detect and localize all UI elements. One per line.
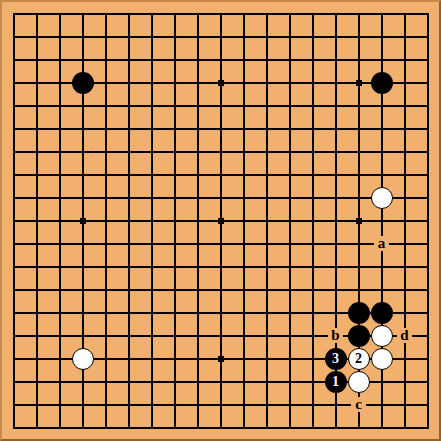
intersection	[255, 209, 278, 232]
intersection	[140, 347, 163, 370]
point-label-d: d	[397, 328, 412, 343]
intersection	[301, 209, 324, 232]
intersection: 3	[324, 347, 347, 370]
intersection	[71, 117, 94, 140]
intersection	[393, 347, 416, 370]
intersection	[117, 117, 140, 140]
intersection	[393, 163, 416, 186]
intersection	[209, 71, 232, 94]
intersection	[25, 117, 48, 140]
intersection	[416, 393, 439, 416]
intersection	[232, 186, 255, 209]
intersection	[117, 48, 140, 71]
intersection	[209, 25, 232, 48]
star-point	[80, 218, 86, 224]
intersection	[301, 370, 324, 393]
intersection	[278, 370, 301, 393]
intersection	[301, 324, 324, 347]
intersection	[416, 324, 439, 347]
intersection	[347, 209, 370, 232]
intersection	[163, 2, 186, 25]
intersection	[117, 186, 140, 209]
intersection	[2, 255, 25, 278]
intersection	[117, 2, 140, 25]
intersection	[370, 416, 393, 439]
intersection	[140, 48, 163, 71]
intersection	[163, 416, 186, 439]
intersection	[163, 94, 186, 117]
intersection	[301, 232, 324, 255]
intersection	[347, 324, 370, 347]
intersection	[71, 71, 94, 94]
intersection	[393, 393, 416, 416]
intersection	[232, 209, 255, 232]
intersection: 1	[324, 370, 347, 393]
intersection	[71, 140, 94, 163]
intersection	[278, 48, 301, 71]
intersection	[347, 71, 370, 94]
intersection	[209, 278, 232, 301]
intersection	[94, 347, 117, 370]
intersection	[2, 232, 25, 255]
intersection	[324, 393, 347, 416]
intersection	[209, 416, 232, 439]
intersection	[370, 117, 393, 140]
intersection	[25, 25, 48, 48]
intersection	[232, 232, 255, 255]
intersection	[117, 71, 140, 94]
intersection	[347, 163, 370, 186]
intersection	[416, 278, 439, 301]
intersection	[255, 255, 278, 278]
intersection	[416, 255, 439, 278]
intersection	[393, 117, 416, 140]
intersection: 2	[347, 347, 370, 370]
intersection	[393, 370, 416, 393]
intersection	[25, 347, 48, 370]
intersection	[2, 186, 25, 209]
intersection	[94, 140, 117, 163]
intersection	[324, 117, 347, 140]
intersection	[48, 324, 71, 347]
intersection	[232, 278, 255, 301]
intersection	[255, 163, 278, 186]
intersection	[347, 186, 370, 209]
intersection	[25, 370, 48, 393]
intersection	[255, 393, 278, 416]
intersection	[71, 347, 94, 370]
intersection	[393, 278, 416, 301]
intersection	[186, 71, 209, 94]
intersection	[232, 255, 255, 278]
intersection	[301, 393, 324, 416]
intersection	[117, 255, 140, 278]
white-stone	[348, 371, 370, 393]
intersection	[2, 347, 25, 370]
intersection	[48, 370, 71, 393]
intersection	[393, 71, 416, 94]
intersection	[25, 140, 48, 163]
intersection	[48, 25, 71, 48]
intersection	[232, 94, 255, 117]
intersection	[301, 163, 324, 186]
intersection	[117, 370, 140, 393]
intersection	[25, 393, 48, 416]
intersection: a	[370, 232, 393, 255]
intersection	[370, 25, 393, 48]
intersection	[209, 140, 232, 163]
intersection	[71, 278, 94, 301]
intersection	[71, 232, 94, 255]
intersection	[370, 163, 393, 186]
intersection	[301, 416, 324, 439]
intersection	[186, 186, 209, 209]
intersection	[25, 278, 48, 301]
intersection	[186, 25, 209, 48]
intersection	[278, 232, 301, 255]
intersection	[209, 48, 232, 71]
intersection	[255, 2, 278, 25]
intersection	[370, 71, 393, 94]
black-stone	[371, 72, 393, 94]
intersection	[163, 255, 186, 278]
intersection	[48, 2, 71, 25]
intersection	[140, 117, 163, 140]
point-label-c: c	[351, 397, 366, 412]
intersection	[324, 48, 347, 71]
intersection	[140, 370, 163, 393]
intersection	[94, 25, 117, 48]
intersection	[117, 393, 140, 416]
intersection	[324, 94, 347, 117]
black-stone	[72, 72, 94, 94]
intersection	[347, 301, 370, 324]
intersection	[2, 278, 25, 301]
intersection	[2, 48, 25, 71]
intersection	[117, 232, 140, 255]
white-stone	[371, 187, 393, 209]
intersection	[48, 163, 71, 186]
intersection	[324, 186, 347, 209]
intersection	[255, 347, 278, 370]
intersection	[255, 25, 278, 48]
intersection	[140, 416, 163, 439]
intersection	[393, 94, 416, 117]
intersection	[163, 163, 186, 186]
intersection	[48, 186, 71, 209]
intersection	[140, 140, 163, 163]
intersection	[255, 94, 278, 117]
intersection	[324, 278, 347, 301]
intersection	[94, 117, 117, 140]
intersection	[324, 301, 347, 324]
intersection	[278, 94, 301, 117]
intersection	[209, 301, 232, 324]
intersection	[209, 209, 232, 232]
intersection	[186, 347, 209, 370]
intersection	[232, 48, 255, 71]
intersection	[71, 255, 94, 278]
intersection	[2, 163, 25, 186]
intersection	[163, 301, 186, 324]
intersection	[416, 416, 439, 439]
intersection	[186, 94, 209, 117]
intersection	[209, 370, 232, 393]
intersection	[209, 186, 232, 209]
intersection	[209, 163, 232, 186]
intersection	[232, 140, 255, 163]
intersection	[278, 25, 301, 48]
intersection	[186, 209, 209, 232]
intersection	[370, 301, 393, 324]
intersection	[255, 370, 278, 393]
intersection	[186, 324, 209, 347]
intersection	[48, 416, 71, 439]
intersection	[117, 25, 140, 48]
intersection	[186, 163, 209, 186]
intersection	[94, 163, 117, 186]
intersection	[140, 255, 163, 278]
intersection	[301, 255, 324, 278]
intersection	[416, 25, 439, 48]
intersection	[232, 71, 255, 94]
intersection	[186, 140, 209, 163]
intersection	[71, 48, 94, 71]
intersection	[25, 186, 48, 209]
intersection	[186, 255, 209, 278]
intersection	[232, 301, 255, 324]
intersection	[347, 117, 370, 140]
intersection	[232, 370, 255, 393]
intersection	[347, 278, 370, 301]
intersection	[393, 301, 416, 324]
white-stone	[371, 325, 393, 347]
intersection	[186, 278, 209, 301]
intersection	[94, 324, 117, 347]
intersection	[416, 232, 439, 255]
intersection	[278, 416, 301, 439]
intersection	[370, 393, 393, 416]
intersection	[393, 186, 416, 209]
star-point	[218, 80, 224, 86]
intersection	[370, 324, 393, 347]
intersection	[393, 255, 416, 278]
intersection	[48, 278, 71, 301]
intersection	[232, 2, 255, 25]
intersection	[48, 347, 71, 370]
intersection	[163, 140, 186, 163]
intersection	[416, 48, 439, 71]
intersection: b	[324, 324, 347, 347]
intersection	[117, 209, 140, 232]
intersection	[393, 232, 416, 255]
intersection	[48, 117, 71, 140]
intersection	[232, 416, 255, 439]
intersection	[163, 232, 186, 255]
intersection	[301, 301, 324, 324]
intersection	[278, 209, 301, 232]
intersection	[117, 94, 140, 117]
intersection	[48, 94, 71, 117]
intersection	[416, 370, 439, 393]
intersection	[416, 186, 439, 209]
intersection	[163, 117, 186, 140]
intersection	[393, 48, 416, 71]
black-stone	[348, 325, 370, 347]
intersection	[163, 71, 186, 94]
intersection	[370, 209, 393, 232]
intersection	[140, 163, 163, 186]
intersection	[71, 209, 94, 232]
intersection	[393, 209, 416, 232]
intersection	[94, 94, 117, 117]
intersection	[163, 324, 186, 347]
intersection	[278, 186, 301, 209]
intersection	[301, 278, 324, 301]
intersection	[25, 94, 48, 117]
intersection	[347, 232, 370, 255]
intersection	[163, 209, 186, 232]
intersection	[2, 324, 25, 347]
intersection	[416, 347, 439, 370]
intersection	[209, 324, 232, 347]
intersection	[255, 48, 278, 71]
intersection	[393, 25, 416, 48]
intersection	[25, 163, 48, 186]
intersection	[48, 140, 71, 163]
intersection	[324, 140, 347, 163]
intersection: d	[393, 324, 416, 347]
intersection	[48, 393, 71, 416]
intersection	[301, 186, 324, 209]
intersection	[71, 301, 94, 324]
intersection	[255, 71, 278, 94]
intersection	[140, 301, 163, 324]
intersection	[416, 117, 439, 140]
intersection	[25, 416, 48, 439]
intersection	[301, 94, 324, 117]
intersection	[186, 48, 209, 71]
intersection	[347, 140, 370, 163]
intersection	[71, 416, 94, 439]
intersection	[278, 140, 301, 163]
intersection	[347, 25, 370, 48]
intersection	[71, 94, 94, 117]
intersection	[347, 2, 370, 25]
intersection	[71, 393, 94, 416]
intersection	[416, 71, 439, 94]
intersection	[48, 255, 71, 278]
intersection	[2, 117, 25, 140]
intersection	[301, 347, 324, 370]
intersection	[347, 416, 370, 439]
intersection	[94, 278, 117, 301]
intersection	[163, 370, 186, 393]
intersection	[117, 140, 140, 163]
intersection	[2, 94, 25, 117]
intersection	[324, 416, 347, 439]
black-stone	[348, 302, 370, 324]
intersection	[370, 370, 393, 393]
intersection	[140, 393, 163, 416]
intersection	[25, 2, 48, 25]
intersection	[209, 2, 232, 25]
intersection	[370, 347, 393, 370]
intersection	[278, 324, 301, 347]
intersection	[2, 140, 25, 163]
intersection	[163, 393, 186, 416]
star-point	[218, 218, 224, 224]
intersection	[416, 163, 439, 186]
intersection	[370, 140, 393, 163]
intersection: c	[347, 393, 370, 416]
intersection	[117, 347, 140, 370]
intersection	[301, 25, 324, 48]
intersection	[232, 25, 255, 48]
intersection	[140, 324, 163, 347]
star-point	[356, 218, 362, 224]
intersection	[416, 140, 439, 163]
intersection	[25, 324, 48, 347]
intersection	[163, 48, 186, 71]
intersection	[255, 301, 278, 324]
intersection	[94, 416, 117, 439]
intersection	[324, 25, 347, 48]
intersection	[324, 209, 347, 232]
intersection	[370, 186, 393, 209]
intersection	[163, 186, 186, 209]
intersection	[232, 393, 255, 416]
intersection	[278, 301, 301, 324]
intersection	[140, 94, 163, 117]
intersection	[347, 94, 370, 117]
intersection	[2, 416, 25, 439]
intersection	[186, 2, 209, 25]
intersection	[186, 370, 209, 393]
intersection	[255, 416, 278, 439]
intersection	[2, 25, 25, 48]
intersection	[117, 301, 140, 324]
intersection	[255, 324, 278, 347]
intersection	[25, 71, 48, 94]
intersection	[301, 71, 324, 94]
intersection	[278, 347, 301, 370]
intersection	[94, 71, 117, 94]
intersection	[186, 393, 209, 416]
intersection	[232, 163, 255, 186]
star-point	[356, 80, 362, 86]
intersection	[301, 2, 324, 25]
intersection	[140, 232, 163, 255]
intersection	[278, 71, 301, 94]
intersection	[25, 255, 48, 278]
intersection	[232, 347, 255, 370]
intersection	[416, 2, 439, 25]
intersection	[25, 48, 48, 71]
intersection	[94, 393, 117, 416]
go-board: abd321c	[0, 0, 441, 441]
intersection	[2, 370, 25, 393]
intersection	[370, 94, 393, 117]
intersection	[117, 416, 140, 439]
intersection	[25, 209, 48, 232]
intersection	[163, 25, 186, 48]
intersection	[94, 301, 117, 324]
point-label-a: a	[374, 236, 389, 251]
intersection	[301, 140, 324, 163]
intersection	[117, 163, 140, 186]
intersection	[140, 2, 163, 25]
